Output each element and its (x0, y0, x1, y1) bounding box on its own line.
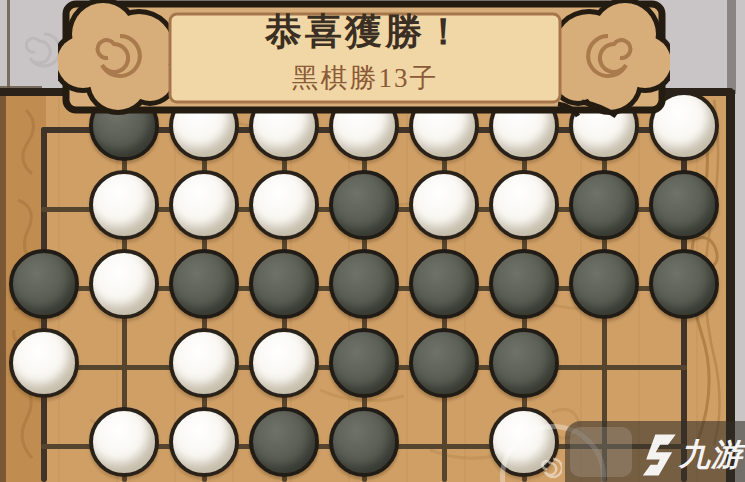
black-stone (169, 249, 239, 319)
white-stone (489, 407, 559, 477)
goban (4, 86, 724, 481)
board-right-edge (726, 90, 735, 482)
black-stone (329, 249, 399, 319)
board-point-r5c7[interactable] (484, 402, 564, 481)
board-point-r2c9[interactable] (644, 165, 724, 244)
black-stone (649, 249, 719, 319)
board-point-r3c3[interactable] (164, 244, 244, 323)
board-point-r4c7[interactable] (484, 323, 564, 402)
board-point-r5c4[interactable] (244, 402, 324, 481)
board-point-r2c4[interactable] (244, 165, 324, 244)
board-point-r4c6[interactable] (404, 323, 484, 402)
black-stone (329, 407, 399, 477)
white-stone (89, 249, 159, 319)
board-point-r5c2[interactable] (84, 402, 164, 481)
board-point-r4c1[interactable] (4, 323, 84, 402)
board-point-r4c4[interactable] (244, 323, 324, 402)
board-point-r2c7[interactable] (484, 165, 564, 244)
board-point-r3c7[interactable] (484, 244, 564, 323)
board-point-r5c5[interactable] (324, 402, 404, 481)
board-point-r5c6[interactable] (404, 402, 484, 481)
board-point-r3c4[interactable] (244, 244, 324, 323)
black-stone (649, 170, 719, 240)
board-point-r2c1[interactable] (4, 165, 84, 244)
board-point-r5c9[interactable] (644, 402, 724, 481)
white-stone (489, 170, 559, 240)
black-stone (489, 249, 559, 319)
board-point-r4c5[interactable] (324, 323, 404, 402)
white-stone (169, 328, 239, 398)
game-screen: 恭喜獲勝！ 黑棋勝13子 九游 (0, 0, 745, 482)
white-stone (9, 328, 79, 398)
black-stone (329, 328, 399, 398)
black-stone (249, 249, 319, 319)
board-point-r4c9[interactable] (644, 323, 724, 402)
board-point-r2c3[interactable] (164, 165, 244, 244)
black-stone (409, 249, 479, 319)
black-stone (409, 328, 479, 398)
white-stone (249, 328, 319, 398)
board-point-r4c8[interactable] (564, 323, 644, 402)
black-stone (569, 249, 639, 319)
board-point-r2c8[interactable] (564, 165, 644, 244)
white-stone (89, 407, 159, 477)
board-point-r4c3[interactable] (164, 323, 244, 402)
black-stone (489, 328, 559, 398)
black-stone (249, 407, 319, 477)
board-point-r4c2[interactable] (84, 323, 164, 402)
board-point-r3c1[interactable] (4, 244, 84, 323)
victory-score-subtitle: 黑棋勝13子 (170, 63, 560, 93)
black-stone (569, 170, 639, 240)
board-point-r3c8[interactable] (564, 244, 644, 323)
board-point-r3c2[interactable] (84, 244, 164, 323)
board-point-r3c6[interactable] (404, 244, 484, 323)
white-stone (249, 170, 319, 240)
black-stone (329, 170, 399, 240)
board-point-r2c5[interactable] (324, 165, 404, 244)
board-point-r3c5[interactable] (324, 244, 404, 323)
black-stone (9, 249, 79, 319)
board-point-r5c1[interactable] (4, 402, 84, 481)
board-point-r5c3[interactable] (164, 402, 244, 481)
board-point-r2c2[interactable] (84, 165, 164, 244)
background-shadow-stripe (727, 0, 736, 94)
victory-title: 恭喜獲勝！ (170, 12, 560, 52)
white-stone (169, 407, 239, 477)
board-point-r3c9[interactable] (644, 244, 724, 323)
board-point-r5c8[interactable] (564, 402, 644, 481)
white-stone (409, 170, 479, 240)
white-stone (169, 170, 239, 240)
white-stone (89, 170, 159, 240)
board-point-r2c6[interactable] (404, 165, 484, 244)
victory-banner: 恭喜獲勝！ 黑棋勝13子 (58, 0, 670, 124)
